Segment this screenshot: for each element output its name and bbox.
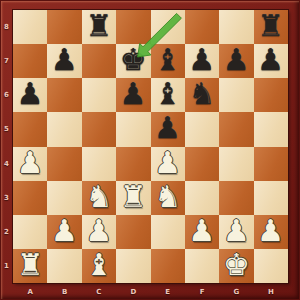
file-label: B xyxy=(47,283,81,300)
square-h6[interactable] xyxy=(254,78,288,112)
square-e4[interactable]: ♟ xyxy=(151,147,185,181)
square-b3[interactable] xyxy=(47,181,81,215)
square-d1[interactable] xyxy=(116,249,150,283)
square-b8[interactable] xyxy=(47,10,81,44)
square-h1[interactable] xyxy=(254,249,288,283)
file-label: A xyxy=(13,283,47,300)
square-d2[interactable] xyxy=(116,215,150,249)
square-e3[interactable]: ♞ xyxy=(151,181,185,215)
square-c3[interactable]: ♞ xyxy=(82,181,116,215)
square-a6[interactable]: ♟ xyxy=(13,78,47,112)
square-h2[interactable]: ♟ xyxy=(254,215,288,249)
square-c5[interactable] xyxy=(82,112,116,146)
rank-label: 6 xyxy=(0,78,13,112)
piece-white-pawn[interactable]: ♟ xyxy=(154,148,181,178)
square-c2[interactable]: ♟ xyxy=(82,215,116,249)
rank-label: 4 xyxy=(0,147,13,181)
piece-white-rook[interactable]: ♜ xyxy=(120,182,147,212)
square-e6[interactable]: ♝ xyxy=(151,78,185,112)
square-e8[interactable] xyxy=(151,10,185,44)
square-b7[interactable]: ♟ xyxy=(47,44,81,78)
square-a5[interactable] xyxy=(13,112,47,146)
square-a8[interactable] xyxy=(13,10,47,44)
square-d6[interactable]: ♟ xyxy=(116,78,150,112)
square-e5[interactable]: ♟ xyxy=(151,112,185,146)
piece-black-bishop[interactable]: ♝ xyxy=(154,79,181,109)
rank-label: 5 xyxy=(0,112,13,146)
square-a2[interactable] xyxy=(13,215,47,249)
square-a7[interactable] xyxy=(13,44,47,78)
square-f8[interactable] xyxy=(185,10,219,44)
piece-black-pawn[interactable]: ♟ xyxy=(17,79,44,109)
square-c1[interactable]: ♝ xyxy=(82,249,116,283)
piece-white-pawn[interactable]: ♟ xyxy=(257,216,284,246)
square-h4[interactable] xyxy=(254,147,288,181)
file-label: F xyxy=(185,283,219,300)
square-h7[interactable]: ♟ xyxy=(254,44,288,78)
square-g8[interactable] xyxy=(219,10,253,44)
rank-label: 7 xyxy=(0,44,13,78)
square-d4[interactable] xyxy=(116,147,150,181)
file-label: G xyxy=(219,283,253,300)
file-label: H xyxy=(254,283,288,300)
board-frame: 87654321 ABCDEFGH ♜♜♟♚♝♟♟♟♟♟♝♞♟♟♟♞♜♞♟♟♟♟… xyxy=(0,0,300,300)
square-a4[interactable]: ♟ xyxy=(13,147,47,181)
piece-black-pawn[interactable]: ♟ xyxy=(189,45,216,75)
square-f4[interactable] xyxy=(185,147,219,181)
rank-label: 1 xyxy=(0,249,13,283)
square-g4[interactable] xyxy=(219,147,253,181)
square-a3[interactable] xyxy=(13,181,47,215)
piece-white-pawn[interactable]: ♟ xyxy=(51,216,78,246)
square-c7[interactable] xyxy=(82,44,116,78)
piece-white-king[interactable]: ♚ xyxy=(223,250,250,280)
square-e7[interactable]: ♝ xyxy=(151,44,185,78)
square-f1[interactable] xyxy=(185,249,219,283)
piece-white-rook[interactable]: ♜ xyxy=(17,250,44,280)
square-g6[interactable] xyxy=(219,78,253,112)
square-g2[interactable]: ♟ xyxy=(219,215,253,249)
square-f2[interactable]: ♟ xyxy=(185,215,219,249)
square-b2[interactable]: ♟ xyxy=(47,215,81,249)
piece-white-pawn[interactable]: ♟ xyxy=(223,216,250,246)
piece-white-knight[interactable]: ♞ xyxy=(85,182,112,212)
piece-black-bishop[interactable]: ♝ xyxy=(154,45,181,75)
square-h5[interactable] xyxy=(254,112,288,146)
square-e1[interactable] xyxy=(151,249,185,283)
file-labels: ABCDEFGH xyxy=(13,283,288,300)
square-b4[interactable] xyxy=(47,147,81,181)
square-d7[interactable]: ♚ xyxy=(116,44,150,78)
piece-white-pawn[interactable]: ♟ xyxy=(17,148,44,178)
square-g3[interactable] xyxy=(219,181,253,215)
square-f6[interactable]: ♞ xyxy=(185,78,219,112)
file-label: E xyxy=(151,283,185,300)
square-g1[interactable]: ♚ xyxy=(219,249,253,283)
piece-black-pawn[interactable]: ♟ xyxy=(223,45,250,75)
square-b6[interactable] xyxy=(47,78,81,112)
piece-black-rook[interactable]: ♜ xyxy=(257,11,284,41)
chess-board: ♜♜♟♚♝♟♟♟♟♟♝♞♟♟♟♞♜♞♟♟♟♟♟♜♝♚ xyxy=(13,10,288,283)
piece-white-pawn[interactable]: ♟ xyxy=(85,216,112,246)
square-f5[interactable] xyxy=(185,112,219,146)
square-g5[interactable] xyxy=(219,112,253,146)
rank-label: 3 xyxy=(0,181,13,215)
square-c8[interactable]: ♜ xyxy=(82,10,116,44)
piece-white-pawn[interactable]: ♟ xyxy=(189,216,216,246)
square-f3[interactable] xyxy=(185,181,219,215)
square-h3[interactable] xyxy=(254,181,288,215)
square-b5[interactable] xyxy=(47,112,81,146)
piece-black-pawn[interactable]: ♟ xyxy=(51,45,78,75)
piece-black-king[interactable]: ♚ xyxy=(120,45,147,75)
square-d3[interactable]: ♜ xyxy=(116,181,150,215)
piece-black-pawn[interactable]: ♟ xyxy=(154,113,181,143)
square-b1[interactable] xyxy=(47,249,81,283)
square-c4[interactable] xyxy=(82,147,116,181)
square-g7[interactable]: ♟ xyxy=(219,44,253,78)
square-d5[interactable] xyxy=(116,112,150,146)
square-c6[interactable] xyxy=(82,78,116,112)
square-e2[interactable] xyxy=(151,215,185,249)
square-a1[interactable]: ♜ xyxy=(13,249,47,283)
rank-label: 2 xyxy=(0,215,13,249)
piece-white-bishop[interactable]: ♝ xyxy=(85,250,112,280)
piece-black-pawn[interactable]: ♟ xyxy=(257,45,284,75)
square-f7[interactable]: ♟ xyxy=(185,44,219,78)
file-label: D xyxy=(116,283,150,300)
file-label: C xyxy=(82,283,116,300)
piece-black-knight[interactable]: ♞ xyxy=(189,79,216,109)
piece-black-rook[interactable]: ♜ xyxy=(85,11,112,41)
square-h8[interactable]: ♜ xyxy=(254,10,288,44)
rank-label: 8 xyxy=(0,10,13,44)
square-d8[interactable] xyxy=(116,10,150,44)
piece-white-knight[interactable]: ♞ xyxy=(154,182,181,212)
rank-labels: 87654321 xyxy=(0,10,13,283)
piece-black-pawn[interactable]: ♟ xyxy=(120,79,147,109)
